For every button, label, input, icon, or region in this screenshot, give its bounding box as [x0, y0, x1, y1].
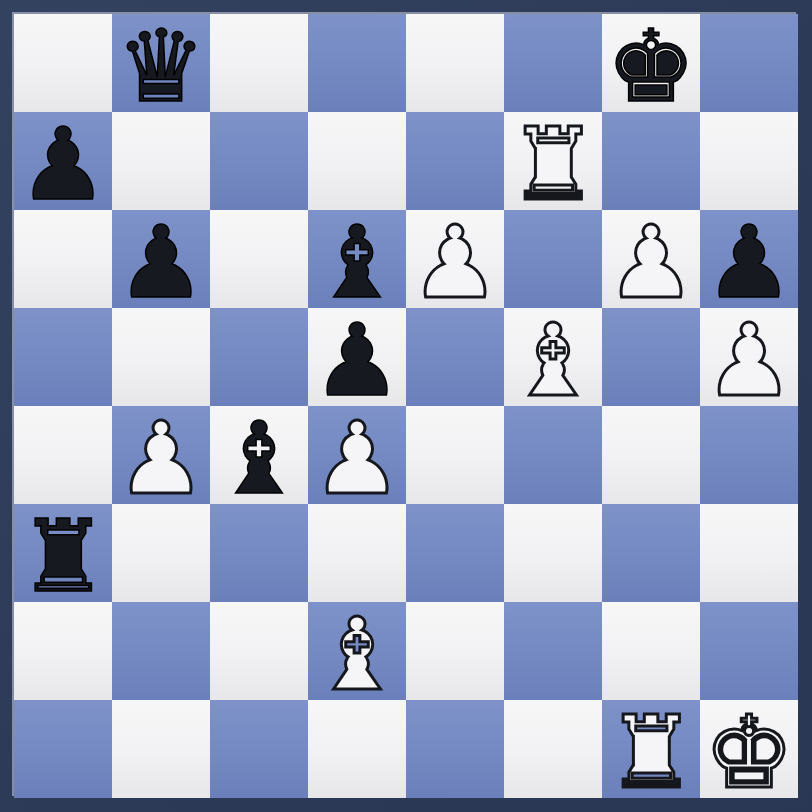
black-pawn[interactable]: ♟ — [18, 115, 108, 215]
square-d1[interactable] — [308, 700, 406, 798]
square-b7[interactable] — [112, 112, 210, 210]
square-b2[interactable] — [112, 602, 210, 700]
square-c8[interactable] — [210, 14, 308, 112]
white-bishop[interactable]: ♝ — [508, 311, 598, 411]
square-g6[interactable]: ♟ — [602, 210, 700, 308]
square-a2[interactable] — [14, 602, 112, 700]
square-b6[interactable]: ♟ — [112, 210, 210, 308]
chess-board: ♛♚♟♜♟♝♟♟♟♟♝♟♟♝♟♜♝♜♚ — [14, 14, 798, 798]
square-d8[interactable] — [308, 14, 406, 112]
square-a4[interactable] — [14, 406, 112, 504]
black-rook[interactable]: ♜ — [18, 507, 108, 607]
square-e5[interactable] — [406, 308, 504, 406]
square-d5[interactable]: ♟ — [308, 308, 406, 406]
square-h4[interactable] — [700, 406, 798, 504]
square-c6[interactable] — [210, 210, 308, 308]
white-pawn[interactable]: ♟ — [116, 409, 206, 509]
square-e4[interactable] — [406, 406, 504, 504]
square-d6[interactable]: ♝ — [308, 210, 406, 308]
black-bishop[interactable]: ♝ — [312, 213, 402, 313]
square-a6[interactable] — [14, 210, 112, 308]
square-f1[interactable] — [504, 700, 602, 798]
square-a7[interactable]: ♟ — [14, 112, 112, 210]
square-d4[interactable]: ♟ — [308, 406, 406, 504]
square-f2[interactable] — [504, 602, 602, 700]
square-g3[interactable] — [602, 504, 700, 602]
black-pawn[interactable]: ♟ — [312, 311, 402, 411]
black-pawn[interactable]: ♟ — [116, 213, 206, 313]
square-f7[interactable]: ♜ — [504, 112, 602, 210]
square-a8[interactable] — [14, 14, 112, 112]
square-h8[interactable] — [700, 14, 798, 112]
square-e8[interactable] — [406, 14, 504, 112]
square-f8[interactable] — [504, 14, 602, 112]
black-king[interactable]: ♚ — [606, 17, 696, 117]
square-g1[interactable]: ♜ — [602, 700, 700, 798]
square-e3[interactable] — [406, 504, 504, 602]
square-h6[interactable]: ♟ — [700, 210, 798, 308]
square-c2[interactable] — [210, 602, 308, 700]
square-c5[interactable] — [210, 308, 308, 406]
square-d3[interactable] — [308, 504, 406, 602]
square-d2[interactable]: ♝ — [308, 602, 406, 700]
square-b5[interactable] — [112, 308, 210, 406]
square-b4[interactable]: ♟ — [112, 406, 210, 504]
square-c3[interactable] — [210, 504, 308, 602]
square-b3[interactable] — [112, 504, 210, 602]
square-f4[interactable] — [504, 406, 602, 504]
square-g4[interactable] — [602, 406, 700, 504]
square-b1[interactable] — [112, 700, 210, 798]
white-king[interactable]: ♚ — [704, 703, 794, 803]
white-pawn[interactable]: ♟ — [312, 409, 402, 509]
square-f6[interactable] — [504, 210, 602, 308]
square-e2[interactable] — [406, 602, 504, 700]
white-pawn[interactable]: ♟ — [410, 213, 500, 313]
square-e1[interactable] — [406, 700, 504, 798]
square-f3[interactable] — [504, 504, 602, 602]
square-h1[interactable]: ♚ — [700, 700, 798, 798]
square-e7[interactable] — [406, 112, 504, 210]
square-c4[interactable]: ♝ — [210, 406, 308, 504]
square-a3[interactable]: ♜ — [14, 504, 112, 602]
square-a5[interactable] — [14, 308, 112, 406]
square-b8[interactable]: ♛ — [112, 14, 210, 112]
black-bishop[interactable]: ♝ — [214, 409, 304, 509]
board-frame: ♛♚♟♜♟♝♟♟♟♟♝♟♟♝♟♜♝♜♚ — [0, 0, 812, 812]
white-bishop[interactable]: ♝ — [312, 605, 402, 705]
square-h5[interactable]: ♟ — [700, 308, 798, 406]
square-c7[interactable] — [210, 112, 308, 210]
white-rook[interactable]: ♜ — [606, 703, 696, 803]
square-c1[interactable] — [210, 700, 308, 798]
square-h2[interactable] — [700, 602, 798, 700]
black-pawn[interactable]: ♟ — [704, 213, 794, 313]
square-d7[interactable] — [308, 112, 406, 210]
square-h7[interactable] — [700, 112, 798, 210]
square-e6[interactable]: ♟ — [406, 210, 504, 308]
square-g2[interactable] — [602, 602, 700, 700]
square-f5[interactable]: ♝ — [504, 308, 602, 406]
square-a1[interactable] — [14, 700, 112, 798]
square-g5[interactable] — [602, 308, 700, 406]
square-g7[interactable] — [602, 112, 700, 210]
white-pawn[interactable]: ♟ — [704, 311, 794, 411]
square-h3[interactable] — [700, 504, 798, 602]
white-pawn[interactable]: ♟ — [606, 213, 696, 313]
black-queen[interactable]: ♛ — [116, 17, 206, 117]
white-rook[interactable]: ♜ — [508, 115, 598, 215]
square-g8[interactable]: ♚ — [602, 14, 700, 112]
